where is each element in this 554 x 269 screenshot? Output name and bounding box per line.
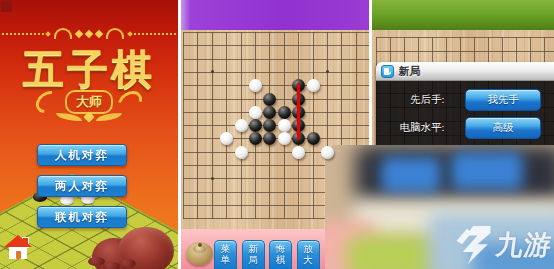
stone-white [321,146,334,159]
9game-logo-icon [455,223,493,267]
win-line [297,83,301,140]
toolbar-button-undo[interactable]: 悔棋 [269,240,292,269]
option-button-ai-level[interactable]: 高级 [465,117,541,139]
stone-white [278,119,291,132]
stone-black [307,132,320,145]
stone-black [249,119,262,132]
stone-black [263,93,276,106]
stone-white [292,146,305,159]
watermark: 九游 [455,221,554,268]
panel-main-menu: 五子棋 大师 人机对弈 两人对弈 联机对弈 [0,0,178,269]
label-move-order: 先后手: [376,93,445,107]
top-bar-purple [181,0,369,30]
menu-button-human-vs-ai[interactable]: 人机对弈 [37,144,127,166]
app-title: 五子棋 [0,42,178,97]
menu-button-two-players[interactable]: 两人对弈 [37,175,127,197]
spilled-stone [103,262,120,269]
corner-decoration [1,1,12,12]
top-bar-green [372,0,554,30]
new-game-icon [381,65,394,78]
stone-bowl-icon [186,242,213,265]
dialog-title: 新局 [399,64,421,79]
stone-white [235,146,248,159]
dialog-title-bar: 新局 [376,62,554,81]
home-icon[interactable] [3,235,33,263]
gold-ornament-band [2,27,176,40]
toolbar-button-new-game[interactable]: 新局 [242,240,265,269]
label-ai-level: 电脑水平: [376,121,445,135]
screenshot-collage: 五子棋 大师 人机对弈 两人对弈 联机对弈 [0,0,554,269]
menu-button-online-play[interactable]: 联机对弈 [37,206,127,228]
toolbar-button-menu[interactable]: 菜单 [214,240,237,269]
stone-white [307,79,320,92]
stone-white [249,79,262,92]
toolbar-button-zoom[interactable]: 放大 [297,240,320,269]
gold-spray-ornament [49,113,129,125]
stone-black [278,106,291,119]
stone-white [235,119,248,132]
star-point [211,177,214,180]
spilled-stone [119,259,136,268]
watermark-text: 九游 [494,227,554,263]
option-button-move-order[interactable]: 我先手 [465,89,541,111]
stone-white [249,106,262,119]
